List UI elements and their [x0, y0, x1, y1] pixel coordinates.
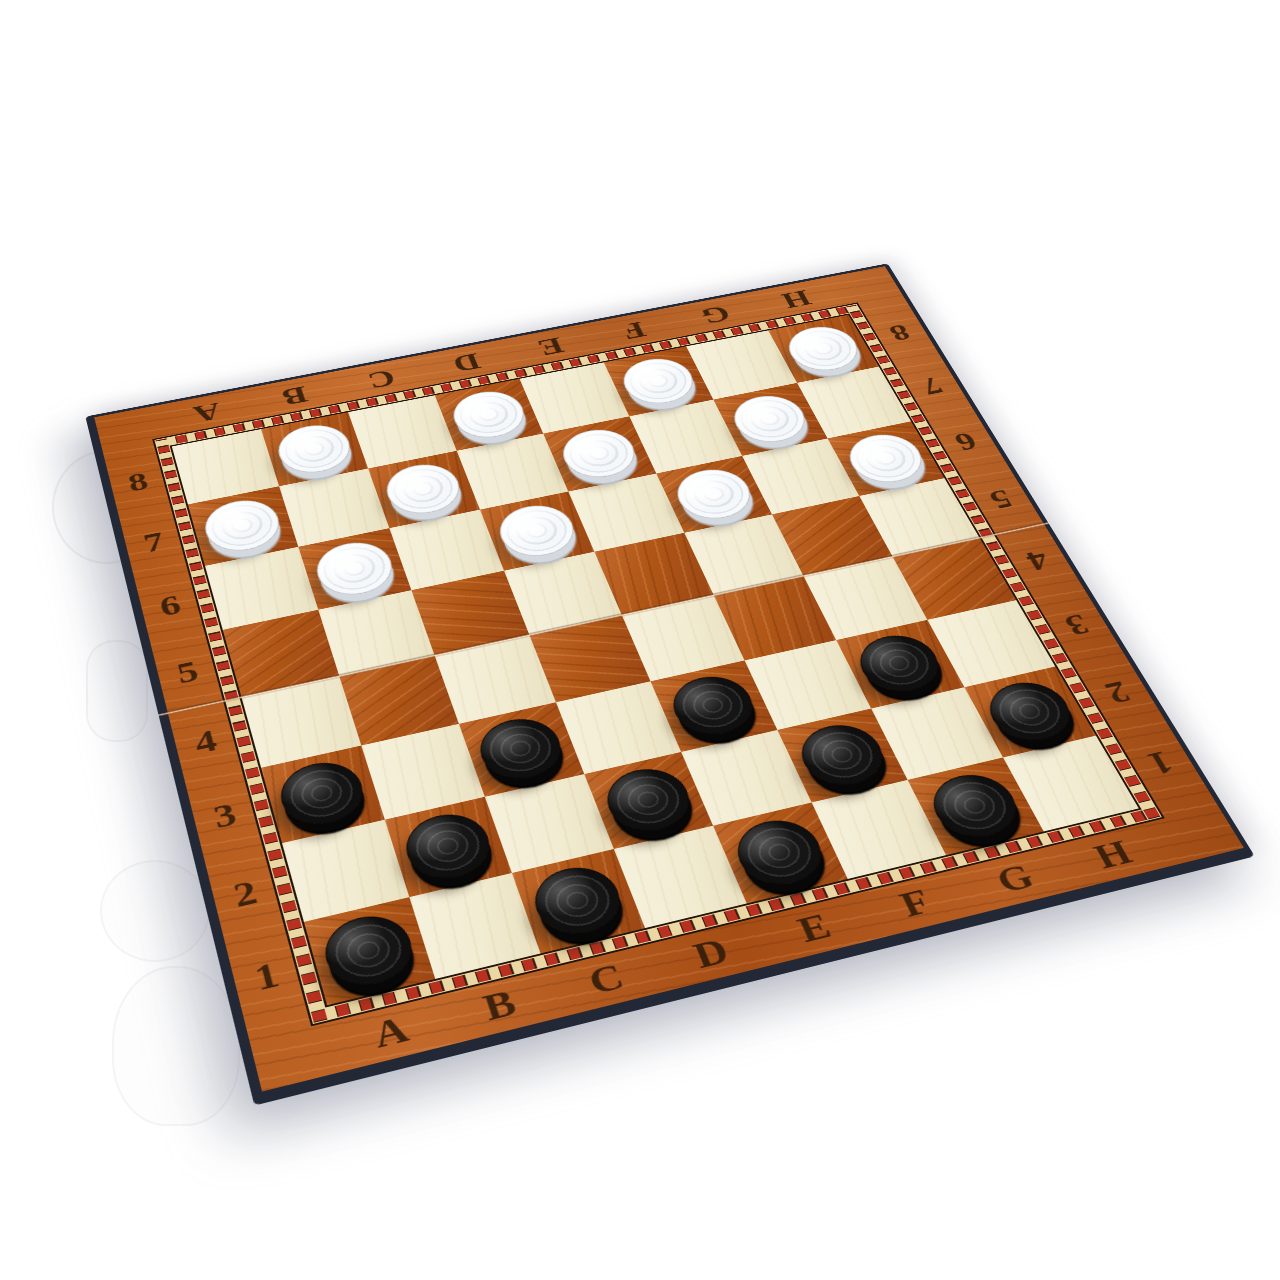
- white-checker[interactable]: [668, 464, 760, 525]
- background-ghost-shape: [86, 640, 148, 742]
- black-checker[interactable]: [664, 670, 763, 742]
- white-checker[interactable]: [199, 495, 286, 557]
- black-checker[interactable]: [790, 718, 893, 792]
- white-checker[interactable]: [615, 354, 702, 409]
- board-face: ABCDEFGH ABCDEFGH 87654321 87654321: [94, 266, 1244, 1091]
- white-checker[interactable]: [272, 420, 357, 479]
- black-checker[interactable]: [727, 813, 833, 893]
- black-checker[interactable]: [526, 860, 631, 942]
- board-edge: ABCDEFGH ABCDEFGH 87654321 87654321: [85, 263, 1255, 1105]
- white-checker[interactable]: [380, 459, 468, 520]
- white-checker[interactable]: [839, 429, 931, 488]
- background-ghost-shape: [112, 966, 240, 1126]
- black-checker[interactable]: [274, 756, 371, 832]
- white-checker[interactable]: [779, 322, 867, 376]
- black-checker[interactable]: [597, 762, 699, 839]
- decorative-border: [152, 302, 1165, 1026]
- white-checker[interactable]: [310, 536, 399, 601]
- checkers-board: ABCDEFGH ABCDEFGH 87654321 87654321: [85, 263, 1255, 1105]
- white-checker[interactable]: [725, 391, 815, 448]
- black-checker[interactable]: [472, 712, 570, 786]
- background-ghost-shape: [100, 860, 210, 962]
- black-checker[interactable]: [922, 767, 1029, 844]
- black-checker[interactable]: [977, 675, 1081, 747]
- scene: ABCDEFGH ABCDEFGH 87654321 87654321: [0, 0, 1280, 1280]
- white-checker[interactable]: [555, 424, 644, 483]
- black-checker[interactable]: [317, 908, 420, 993]
- white-checker[interactable]: [491, 499, 582, 562]
- black-checker[interactable]: [397, 807, 498, 886]
- white-checker[interactable]: [446, 386, 532, 443]
- black-checker[interactable]: [850, 629, 950, 698]
